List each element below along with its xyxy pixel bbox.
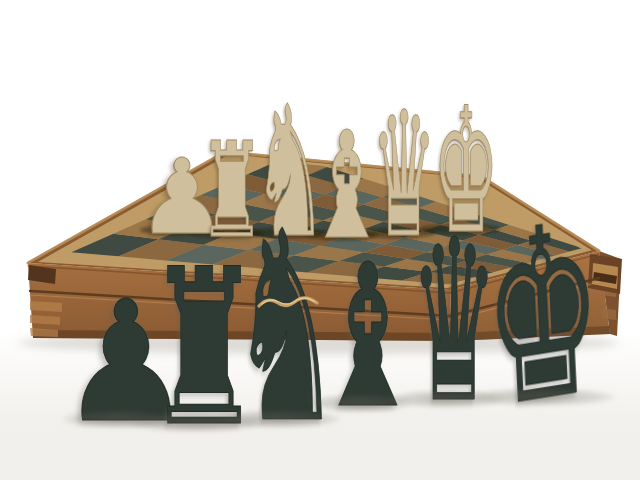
black-king-floor-shadow xyxy=(466,388,616,406)
black-knight-floor-shadow xyxy=(215,410,341,428)
scene: ♟♜♞♝♛♚♟♜♞♝♛♚ xyxy=(0,0,640,480)
twine-detail xyxy=(256,293,320,313)
pieces-layer: ♟♜♞♝♛♚♟♜♞♝♛♚ xyxy=(0,0,640,480)
